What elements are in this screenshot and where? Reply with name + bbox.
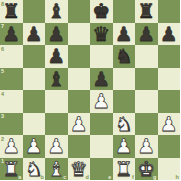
black-rook-a8[interactable]: ♜: [2, 0, 20, 23]
white-pawn-h3[interactable]: ♟: [160, 113, 178, 136]
square-h6[interactable]: [158, 45, 181, 68]
white-pawn-f2[interactable]: ♟: [115, 135, 133, 158]
white-queen-d1[interactable]: ♛: [70, 158, 88, 181]
square-e3[interactable]: [90, 113, 113, 136]
square-h1[interactable]: h: [158, 158, 181, 181]
black-pawn-f7[interactable]: ♟: [115, 23, 133, 46]
white-pawn-d3[interactable]: ♟: [70, 113, 88, 136]
black-bishop-c8[interactable]: ♝: [47, 0, 65, 23]
square-h8[interactable]: [158, 0, 181, 23]
black-pawn-e5[interactable]: ♟: [92, 68, 110, 91]
square-h7[interactable]: ♟: [158, 23, 181, 46]
square-f7[interactable]: ♟: [113, 23, 136, 46]
square-b5[interactable]: [23, 68, 46, 91]
white-knight-b1[interactable]: ♞: [25, 158, 43, 181]
square-d4[interactable]: [68, 90, 91, 113]
square-c6[interactable]: ♟: [45, 45, 68, 68]
square-d6[interactable]: [68, 45, 91, 68]
square-h5[interactable]: [158, 68, 181, 91]
white-pawn-c2[interactable]: ♟: [47, 135, 65, 158]
black-rook-g8[interactable]: ♜: [137, 0, 155, 23]
square-e2[interactable]: [90, 135, 113, 158]
square-a5[interactable]: 5: [0, 68, 23, 91]
square-f3[interactable]: ♞: [113, 113, 136, 136]
square-b8[interactable]: [23, 0, 46, 23]
black-pawn-c6[interactable]: ♟: [47, 45, 65, 68]
chess-board: 8♜♝♚♜7♟♟♟♛♟♟♟6♟♞5♝♟4♟3♟♞♟2♟♟♟♟♟1a♜b♞c♝d♛…: [0, 0, 180, 180]
rank-label-4: 4: [1, 91, 4, 97]
black-queen-e7[interactable]: ♛: [92, 23, 110, 46]
black-king-e8[interactable]: ♚: [92, 0, 110, 23]
square-f8[interactable]: [113, 0, 136, 23]
square-a1[interactable]: 1a♜: [0, 158, 23, 181]
square-c7[interactable]: ♟: [45, 23, 68, 46]
square-g4[interactable]: [135, 90, 158, 113]
square-c2[interactable]: ♟: [45, 135, 68, 158]
square-b2[interactable]: ♟: [23, 135, 46, 158]
square-d3[interactable]: ♟: [68, 113, 91, 136]
square-h4[interactable]: [158, 90, 181, 113]
square-g6[interactable]: [135, 45, 158, 68]
white-bishop-c1[interactable]: ♝: [47, 158, 65, 181]
square-f6[interactable]: ♞: [113, 45, 136, 68]
square-c3[interactable]: [45, 113, 68, 136]
square-c5[interactable]: ♝: [45, 68, 68, 91]
square-f2[interactable]: ♟: [113, 135, 136, 158]
square-d2[interactable]: [68, 135, 91, 158]
square-a4[interactable]: 4: [0, 90, 23, 113]
square-b7[interactable]: ♟: [23, 23, 46, 46]
rank-label-5: 5: [1, 68, 4, 74]
white-knight-f3[interactable]: ♞: [115, 113, 133, 136]
square-e4[interactable]: ♟: [90, 90, 113, 113]
square-e7[interactable]: ♛: [90, 23, 113, 46]
square-a3[interactable]: 3: [0, 113, 23, 136]
square-a8[interactable]: 8♜: [0, 0, 23, 23]
black-pawn-b7[interactable]: ♟: [25, 23, 43, 46]
square-e6[interactable]: [90, 45, 113, 68]
square-g2[interactable]: ♟: [135, 135, 158, 158]
square-d8[interactable]: [68, 0, 91, 23]
square-e5[interactable]: ♟: [90, 68, 113, 91]
square-g5[interactable]: [135, 68, 158, 91]
black-knight-f6[interactable]: ♞: [115, 45, 133, 68]
square-g1[interactable]: g♚: [135, 158, 158, 181]
white-pawn-a2[interactable]: ♟: [2, 135, 20, 158]
white-pawn-e4[interactable]: ♟: [92, 90, 110, 113]
rank-label-3: 3: [1, 113, 4, 119]
file-label-e: e: [108, 174, 111, 180]
black-pawn-c7[interactable]: ♟: [47, 23, 65, 46]
square-f5[interactable]: [113, 68, 136, 91]
square-b6[interactable]: [23, 45, 46, 68]
square-b3[interactable]: [23, 113, 46, 136]
square-e1[interactable]: e: [90, 158, 113, 181]
square-h2[interactable]: [158, 135, 181, 158]
square-c1[interactable]: c♝: [45, 158, 68, 181]
black-bishop-c5[interactable]: ♝: [47, 68, 65, 91]
square-a2[interactable]: 2♟: [0, 135, 23, 158]
file-label-h: h: [175, 174, 178, 180]
square-f4[interactable]: [113, 90, 136, 113]
square-a6[interactable]: 6: [0, 45, 23, 68]
square-b1[interactable]: b♞: [23, 158, 46, 181]
square-e8[interactable]: ♚: [90, 0, 113, 23]
white-king-g1[interactable]: ♚: [137, 158, 155, 181]
square-a7[interactable]: 7♟: [0, 23, 23, 46]
square-f1[interactable]: f♜: [113, 158, 136, 181]
square-h3[interactable]: ♟: [158, 113, 181, 136]
square-c4[interactable]: [45, 90, 68, 113]
square-d1[interactable]: d♛: [68, 158, 91, 181]
white-pawn-b2[interactable]: ♟: [25, 135, 43, 158]
square-c8[interactable]: ♝: [45, 0, 68, 23]
white-pawn-g2[interactable]: ♟: [137, 135, 155, 158]
white-rook-f1[interactable]: ♜: [115, 158, 133, 181]
square-g3[interactable]: [135, 113, 158, 136]
square-g8[interactable]: ♜: [135, 0, 158, 23]
white-rook-a1[interactable]: ♜: [2, 158, 20, 181]
square-d7[interactable]: [68, 23, 91, 46]
black-pawn-h7[interactable]: ♟: [160, 23, 178, 46]
square-b4[interactable]: [23, 90, 46, 113]
black-pawn-g7[interactable]: ♟: [137, 23, 155, 46]
square-d5[interactable]: [68, 68, 91, 91]
black-pawn-a7[interactable]: ♟: [2, 23, 20, 46]
rank-label-6: 6: [1, 46, 4, 52]
square-g7[interactable]: ♟: [135, 23, 158, 46]
